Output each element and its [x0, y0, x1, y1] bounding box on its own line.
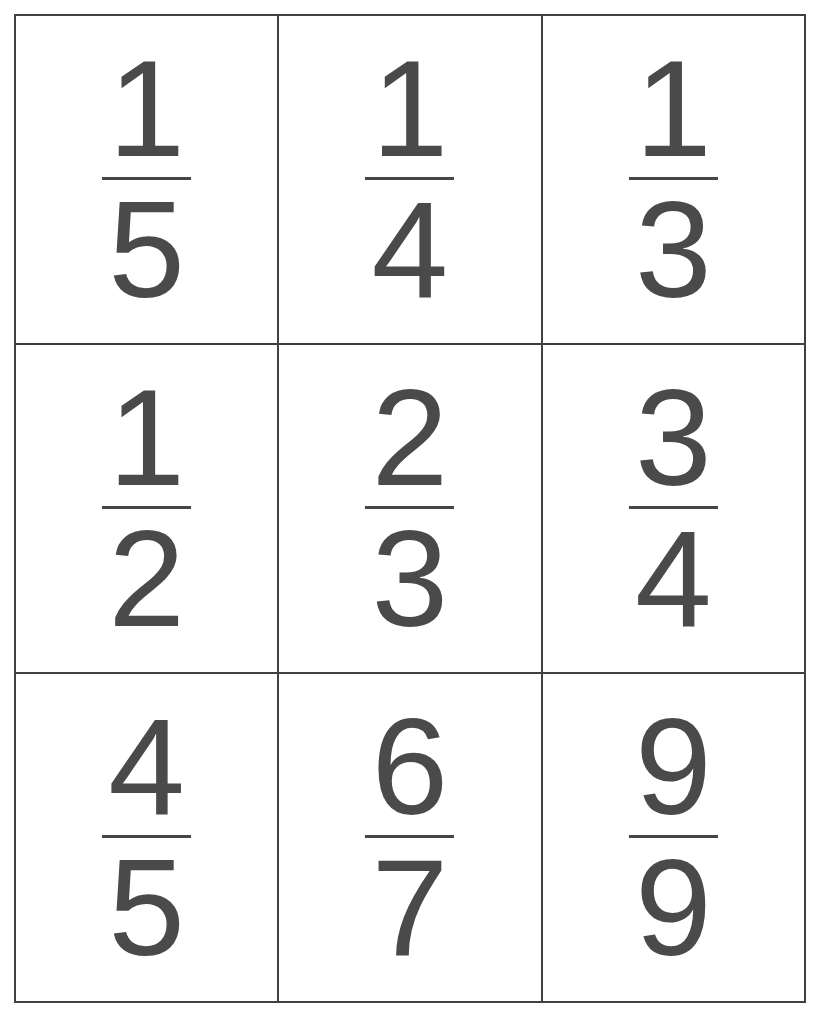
numerator: 1	[635, 55, 712, 163]
numerator: 1	[108, 384, 185, 492]
numerator: 3	[635, 384, 712, 492]
fraction: 4 5	[102, 713, 191, 961]
fraction-cell-r2c2[interactable]: 2 3	[279, 345, 540, 672]
fraction-grid: 1 5 1 4 1 3 1 2 2 3	[14, 14, 806, 1003]
numerator: 9	[635, 713, 712, 821]
denominator: 3	[635, 196, 712, 304]
fraction-cell-r3c2[interactable]: 6 7	[279, 674, 540, 1001]
denominator: 5	[108, 196, 185, 304]
denominator: 9	[635, 854, 712, 962]
denominator: 2	[108, 525, 185, 633]
fraction-cell-r2c1[interactable]: 1 2	[16, 345, 277, 672]
fraction: 1 3	[629, 55, 718, 303]
fraction: 6 7	[365, 713, 454, 961]
fraction-cell-r3c1[interactable]: 4 5	[16, 674, 277, 1001]
numerator: 1	[108, 55, 185, 163]
numerator: 4	[108, 713, 185, 821]
fraction: 1 4	[365, 55, 454, 303]
denominator: 7	[372, 854, 449, 962]
fraction-cell-r2c3[interactable]: 3 4	[543, 345, 804, 672]
fraction: 1 2	[102, 384, 191, 632]
fraction: 3 4	[629, 384, 718, 632]
fraction-cell-r1c1[interactable]: 1 5	[16, 16, 277, 343]
denominator: 3	[372, 525, 449, 633]
fraction-cell-r1c2[interactable]: 1 4	[279, 16, 540, 343]
fraction-cell-r1c3[interactable]: 1 3	[543, 16, 804, 343]
denominator: 4	[372, 196, 449, 304]
fraction-cell-r3c3[interactable]: 9 9	[543, 674, 804, 1001]
fraction: 1 5	[102, 55, 191, 303]
numerator: 1	[372, 55, 449, 163]
denominator: 4	[635, 525, 712, 633]
fraction: 2 3	[365, 384, 454, 632]
fraction: 9 9	[629, 713, 718, 961]
denominator: 5	[108, 854, 185, 962]
numerator: 6	[372, 713, 449, 821]
numerator: 2	[372, 384, 449, 492]
